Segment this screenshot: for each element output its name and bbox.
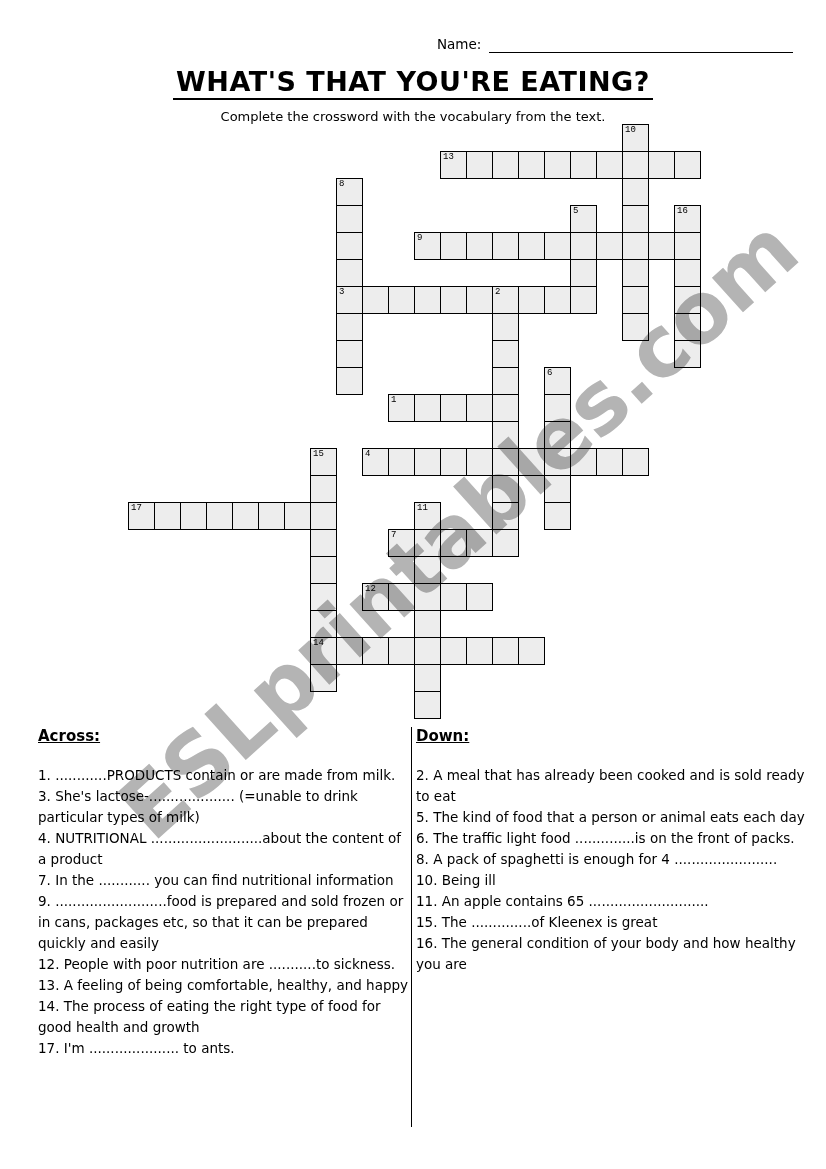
- across-clues-section: Across: 1. ............PRODUCTS contain …: [38, 727, 412, 1059]
- cell-number: 10: [625, 126, 636, 135]
- grid-cell[interactable]: [440, 286, 467, 314]
- grid-cell[interactable]: [284, 502, 311, 530]
- grid-cell[interactable]: [466, 529, 493, 557]
- grid-cell[interactable]: [362, 286, 389, 314]
- cell-number: 6: [547, 369, 552, 378]
- grid-cell[interactable]: [622, 205, 649, 233]
- grid-cell[interactable]: [674, 259, 701, 287]
- grid-cell[interactable]: [336, 313, 363, 341]
- clue-down-11: 11. An apple contains 65 ...............…: [416, 891, 812, 912]
- grid-cell[interactable]: [414, 556, 441, 584]
- grid-cell[interactable]: [648, 151, 675, 179]
- grid-cell[interactable]: [518, 637, 545, 665]
- cell-number: 15: [313, 450, 324, 459]
- grid-cell[interactable]: [466, 637, 493, 665]
- grid-cell[interactable]: [622, 232, 649, 260]
- grid-cell[interactable]: [310, 556, 337, 584]
- grid-cell[interactable]: [570, 232, 597, 260]
- grid-cell[interactable]: [362, 637, 389, 665]
- clue-down-2: 2. A meal that has already been cooked a…: [416, 765, 812, 807]
- grid-cell[interactable]: [544, 502, 571, 530]
- grid-cell[interactable]: [596, 448, 623, 476]
- grid-cell[interactable]: [622, 448, 649, 476]
- grid-cell[interactable]: [336, 340, 363, 368]
- grid-cell[interactable]: [648, 232, 675, 260]
- grid-cell[interactable]: [622, 259, 649, 287]
- grid-cell[interactable]: [596, 232, 623, 260]
- cell-number: 3: [339, 288, 344, 297]
- grid-cell[interactable]: [258, 502, 285, 530]
- grid-cell[interactable]: [544, 475, 571, 503]
- grid-cell[interactable]: [466, 448, 493, 476]
- cell-number: 4: [365, 450, 370, 459]
- grid-cell[interactable]: [414, 610, 441, 638]
- subtitle-wrap: Complete the crossword with the vocabula…: [0, 106, 826, 125]
- grid-cell[interactable]: [440, 232, 467, 260]
- grid-cell[interactable]: [622, 286, 649, 314]
- grid-cell[interactable]: [414, 448, 441, 476]
- grid-cell[interactable]: [310, 583, 337, 611]
- grid-cell[interactable]: [674, 232, 701, 260]
- grid-cell[interactable]: [206, 502, 233, 530]
- grid-cell[interactable]: [414, 529, 441, 557]
- grid-cell[interactable]: [492, 448, 519, 476]
- cell-number: 2: [495, 288, 500, 297]
- grid-cell[interactable]: [544, 232, 571, 260]
- cell-number: 11: [417, 504, 428, 513]
- grid-cell[interactable]: [492, 529, 519, 557]
- grid-cell[interactable]: [570, 286, 597, 314]
- grid-cell[interactable]: [492, 313, 519, 341]
- cell-number: 16: [677, 207, 688, 216]
- clue-down-6: 6. The traffic light food ..............…: [416, 828, 812, 849]
- grid-cell[interactable]: [336, 259, 363, 287]
- grid-cell[interactable]: [180, 502, 207, 530]
- grid-cell[interactable]: [492, 502, 519, 530]
- grid-cell[interactable]: [518, 151, 545, 179]
- clue-across-17: 17. I'm ..................... to ants.: [38, 1038, 412, 1059]
- crossword-grid: 1234567891011121314151617: [128, 124, 701, 719]
- clue-down-16: 16. The general condition of your body a…: [416, 933, 812, 975]
- grid-cell[interactable]: [336, 232, 363, 260]
- grid-cell[interactable]: [674, 313, 701, 341]
- clue-across-12: 12. People with poor nutrition are .....…: [38, 954, 412, 975]
- grid-cell[interactable]: [570, 259, 597, 287]
- grid-cell[interactable]: [544, 421, 571, 449]
- grid-cell[interactable]: [388, 583, 415, 611]
- grid-cell[interactable]: [492, 475, 519, 503]
- worksheet-page: Name: WHAT'S THAT YOU'RE EATING? Complet…: [0, 0, 826, 1169]
- grid-cell[interactable]: [466, 583, 493, 611]
- cell-number: 17: [131, 504, 142, 513]
- grid-cell[interactable]: [596, 151, 623, 179]
- grid-cell[interactable]: [336, 367, 363, 395]
- grid-cell[interactable]: [310, 529, 337, 557]
- cell-number: 1: [391, 396, 396, 405]
- grid-cell[interactable]: [544, 448, 571, 476]
- grid-cell[interactable]: [622, 178, 649, 206]
- grid-cell[interactable]: [570, 151, 597, 179]
- grid-cell[interactable]: [518, 232, 545, 260]
- page-subtitle: Complete the crossword with the vocabula…: [221, 109, 606, 124]
- grid-cell[interactable]: [414, 664, 441, 692]
- across-clue-list: 1. ............PRODUCTS contain or are m…: [38, 765, 412, 1059]
- grid-cell[interactable]: [570, 448, 597, 476]
- grid-cell[interactable]: [440, 637, 467, 665]
- clue-down-10: 10. Being ill: [416, 870, 812, 891]
- clue-across-9: 9. ..........................food is pre…: [38, 891, 412, 954]
- down-clue-list: 2. A meal that has already been cooked a…: [416, 765, 812, 975]
- page-title: WHAT'S THAT YOU'RE EATING?: [173, 66, 653, 100]
- cell-number: 8: [339, 180, 344, 189]
- cell-number: 12: [365, 585, 376, 594]
- grid-cell[interactable]: [310, 610, 337, 638]
- grid-cell[interactable]: [414, 394, 441, 422]
- grid-cell[interactable]: [492, 232, 519, 260]
- grid-cell[interactable]: [154, 502, 181, 530]
- grid-cell[interactable]: [492, 421, 519, 449]
- cell-number: 7: [391, 531, 396, 540]
- name-label: Name:: [437, 36, 481, 53]
- grid-cell[interactable]: [388, 448, 415, 476]
- grid-cell[interactable]: [544, 151, 571, 179]
- grid-cell[interactable]: [414, 286, 441, 314]
- cell-number: 9: [417, 234, 422, 243]
- name-input-line[interactable]: [489, 36, 793, 53]
- grid-cell[interactable]: [414, 691, 441, 719]
- clue-across-3: 3. She's lactose-.................... (=…: [38, 786, 412, 828]
- grid-cell[interactable]: [492, 637, 519, 665]
- grid-cell[interactable]: [440, 394, 467, 422]
- clue-down-8: 8. A pack of spaghetti is enough for 4 .…: [416, 849, 812, 870]
- grid-cell[interactable]: [466, 286, 493, 314]
- grid-cell[interactable]: [388, 637, 415, 665]
- grid-cell[interactable]: [310, 502, 337, 530]
- grid-cell[interactable]: [492, 340, 519, 368]
- clue-across-13: 13. A feeling of being comfortable, heal…: [38, 975, 412, 996]
- grid-cell[interactable]: [440, 583, 467, 611]
- clue-across-4: 4. NUTRITIONAL .........................…: [38, 828, 412, 870]
- grid-cell[interactable]: [674, 286, 701, 314]
- grid-cell[interactable]: [466, 151, 493, 179]
- grid-cell[interactable]: [310, 475, 337, 503]
- grid-cell[interactable]: [336, 637, 363, 665]
- clue-down-5: 5. The kind of food that a person or ani…: [416, 807, 812, 828]
- grid-cell[interactable]: [492, 151, 519, 179]
- title-wrap: WHAT'S THAT YOU'RE EATING?: [0, 66, 826, 100]
- grid-cell[interactable]: [414, 583, 441, 611]
- grid-cell[interactable]: [440, 448, 467, 476]
- down-clues-section: Down: 2. A meal that has already been co…: [416, 727, 812, 975]
- clue-down-15: 15. The ..............of Kleenex is grea…: [416, 912, 812, 933]
- across-header: Across:: [38, 727, 412, 745]
- grid-cell[interactable]: [622, 151, 649, 179]
- grid-cell[interactable]: [544, 286, 571, 314]
- grid-cell[interactable]: [310, 664, 337, 692]
- grid-cell[interactable]: [336, 205, 363, 233]
- clue-across-1: 1. ............PRODUCTS contain or are m…: [38, 765, 412, 786]
- cell-number: 14: [313, 639, 324, 648]
- grid-cell[interactable]: [622, 313, 649, 341]
- clue-across-7: 7. In the ............ you can find nutr…: [38, 870, 412, 891]
- grid-cell[interactable]: [388, 286, 415, 314]
- grid-cell[interactable]: [674, 151, 701, 179]
- grid-cell[interactable]: [518, 448, 545, 476]
- grid-cell[interactable]: [674, 340, 701, 368]
- cell-number: 13: [443, 153, 454, 162]
- grid-cell[interactable]: [414, 637, 441, 665]
- down-header: Down:: [416, 727, 812, 745]
- cell-number: 5: [573, 207, 578, 216]
- grid-cell[interactable]: [466, 232, 493, 260]
- grid-cell[interactable]: [440, 529, 467, 557]
- grid-cell[interactable]: [492, 394, 519, 422]
- grid-cell[interactable]: [518, 286, 545, 314]
- grid-cell[interactable]: [544, 394, 571, 422]
- grid-cell[interactable]: [466, 394, 493, 422]
- grid-cell[interactable]: [232, 502, 259, 530]
- clue-across-14: 14. The process of eating the right type…: [38, 996, 412, 1038]
- grid-cell[interactable]: [492, 367, 519, 395]
- name-row: Name:: [437, 36, 793, 53]
